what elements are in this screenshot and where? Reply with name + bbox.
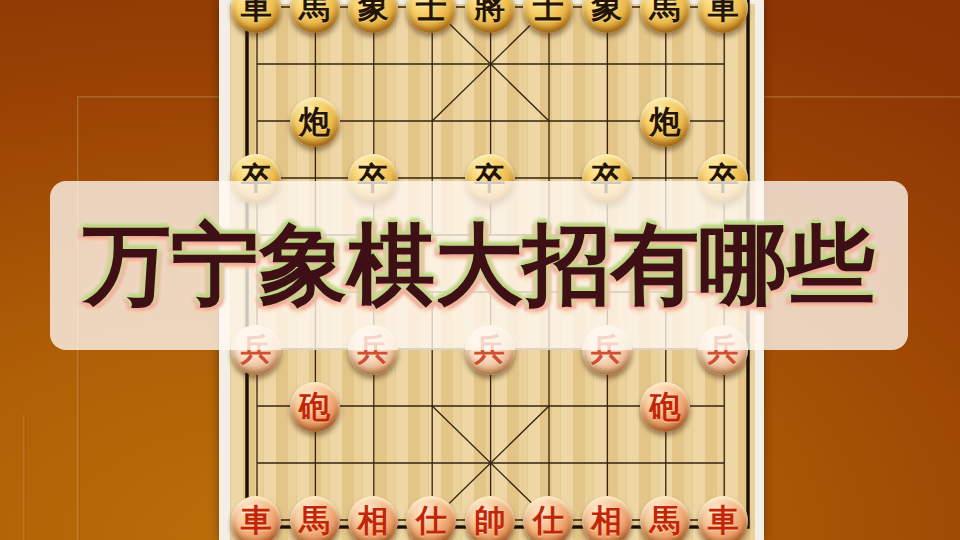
piece-black-馬[interactable]: 馬 (290, 0, 340, 33)
title-banner: 万宁象棋大招有哪些 (50, 181, 908, 350)
background-bevel-vertical-2 (23, 415, 26, 540)
piece-black-將[interactable]: 將 (465, 0, 515, 33)
page-title: 万宁象棋大招有哪些 (83, 206, 875, 325)
piece-red-相[interactable]: 相 (348, 496, 398, 540)
piece-red-仕[interactable]: 仕 (406, 496, 456, 540)
piece-red-馬[interactable]: 馬 (290, 496, 340, 540)
piece-black-車[interactable]: 車 (698, 0, 748, 33)
piece-red-相[interactable]: 相 (582, 496, 632, 540)
piece-black-馬[interactable]: 馬 (640, 0, 690, 33)
piece-red-砲[interactable]: 砲 (640, 382, 690, 432)
piece-black-士[interactable]: 士 (406, 0, 456, 33)
piece-black-炮[interactable]: 炮 (290, 97, 340, 147)
piece-black-象[interactable]: 象 (582, 0, 632, 33)
piece-black-士[interactable]: 士 (523, 0, 573, 33)
piece-red-仕[interactable]: 仕 (523, 496, 573, 540)
piece-red-車[interactable]: 車 (698, 496, 748, 540)
piece-red-馬[interactable]: 馬 (640, 496, 690, 540)
page-background: 車馬象士將士象馬車炮炮卒卒卒卒卒兵兵兵兵兵砲砲車馬相仕帥仕相馬車 万宁象棋大招有… (0, 0, 960, 540)
piece-red-砲[interactable]: 砲 (290, 382, 340, 432)
piece-red-車[interactable]: 車 (231, 496, 281, 540)
piece-black-車[interactable]: 車 (231, 0, 281, 33)
piece-black-炮[interactable]: 炮 (640, 97, 690, 147)
piece-black-象[interactable]: 象 (348, 0, 398, 33)
piece-red-帥[interactable]: 帥 (465, 496, 515, 540)
